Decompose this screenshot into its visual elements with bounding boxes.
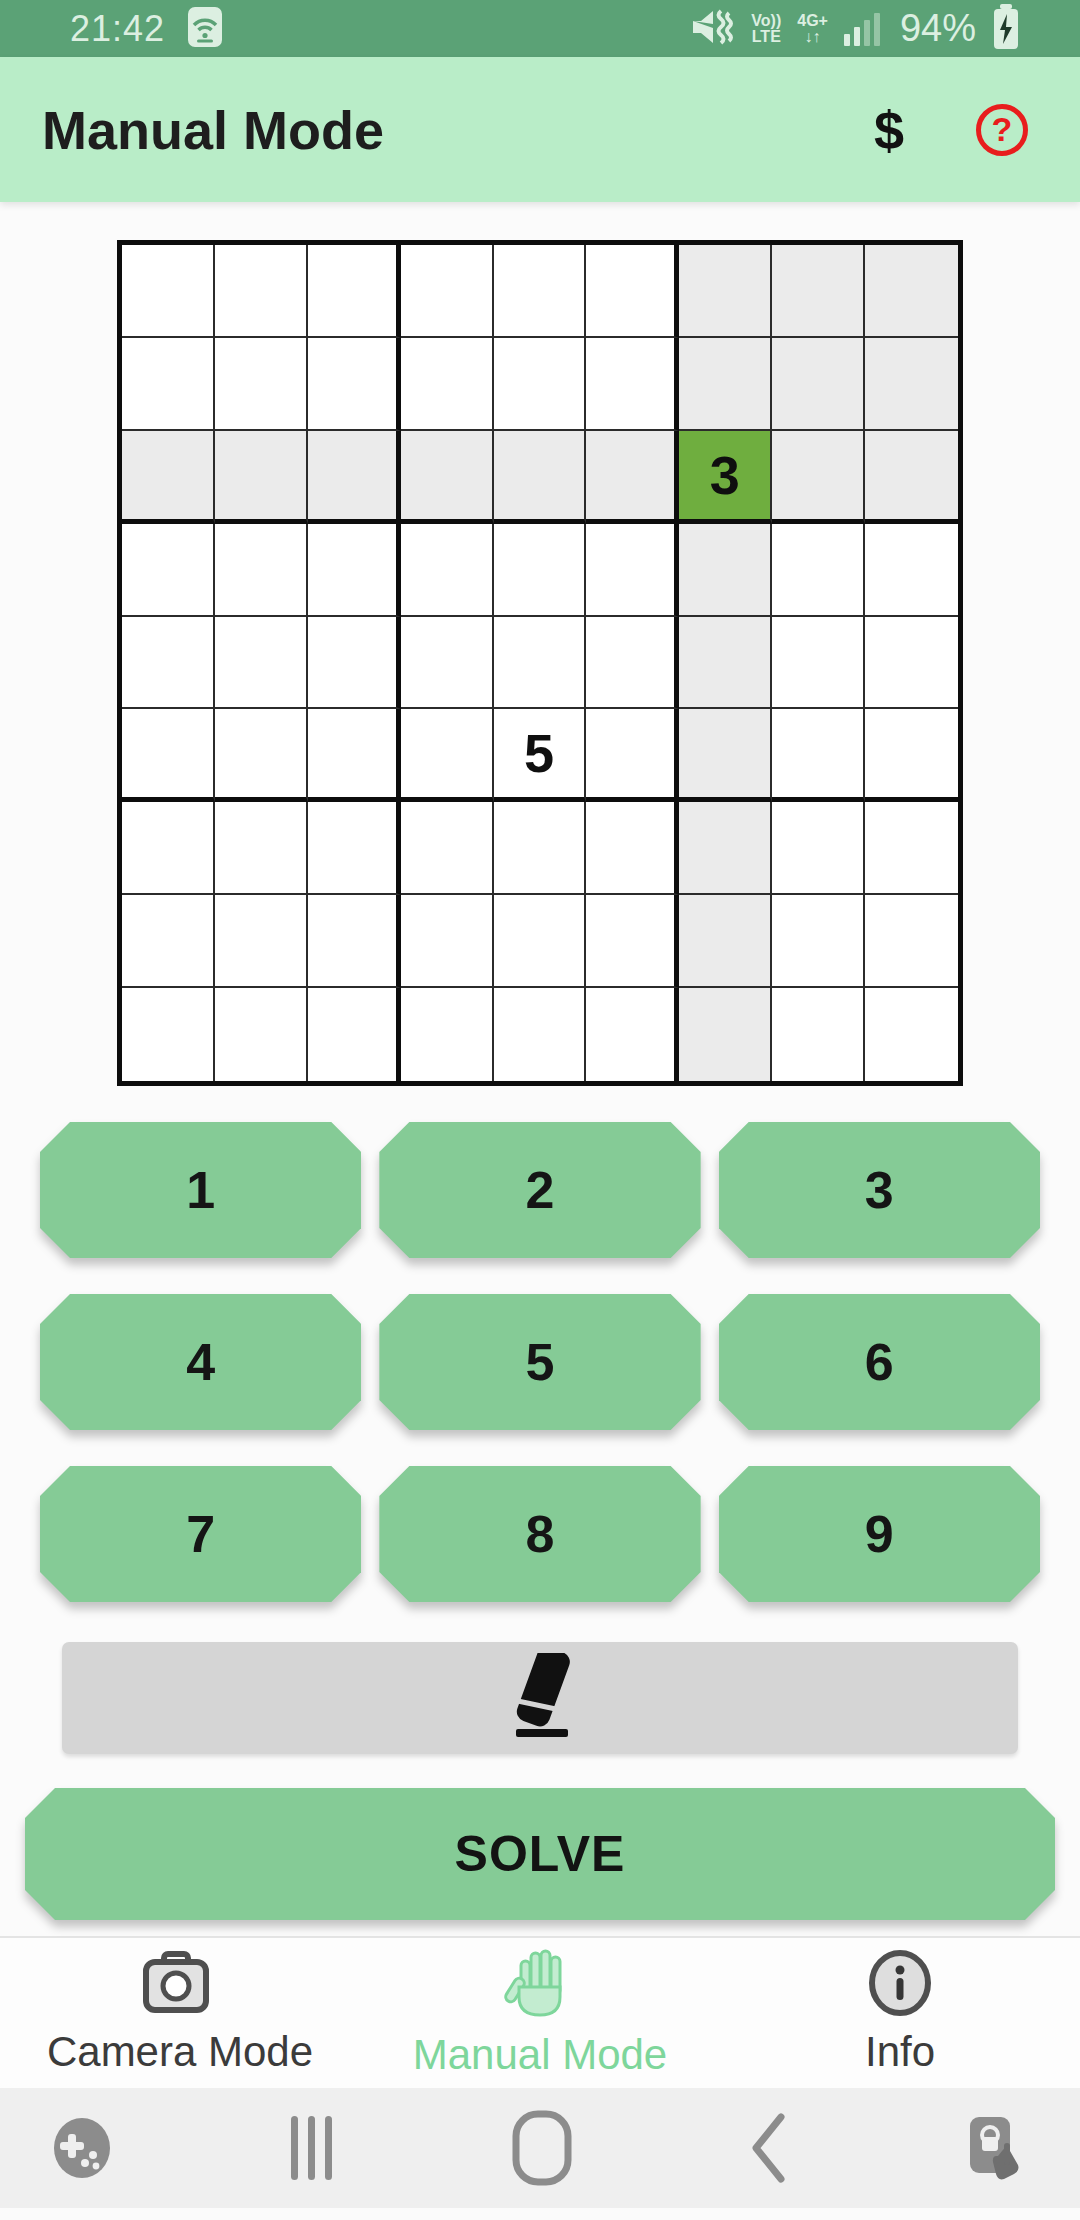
- android-navigation-bar: [0, 2088, 1080, 2208]
- cell-r8c4[interactable]: [494, 988, 587, 1081]
- cell-r3c0[interactable]: [122, 524, 215, 617]
- cell-r4c2[interactable]: [308, 617, 401, 710]
- cell-r6c6[interactable]: [679, 802, 772, 895]
- cell-r5c0[interactable]: [122, 709, 215, 802]
- numpad-button-9[interactable]: 9: [719, 1466, 1040, 1602]
- cell-r3c6[interactable]: [679, 524, 772, 617]
- cell-r8c8[interactable]: [865, 988, 958, 1081]
- cell-r1c4[interactable]: [494, 338, 587, 431]
- cell-r3c8[interactable]: [865, 524, 958, 617]
- bottom-navigation: Camera Mode Manual Mode: [0, 1936, 1080, 2088]
- cell-r2c0[interactable]: [122, 431, 215, 524]
- cell-r7c7[interactable]: [772, 895, 865, 988]
- cell-r0c2[interactable]: [308, 245, 401, 338]
- numpad-button-6[interactable]: 6: [719, 1294, 1040, 1430]
- cell-r6c8[interactable]: [865, 802, 958, 895]
- tab-camera-mode[interactable]: Camera Mode: [0, 1938, 360, 2088]
- tab-label: Camera Mode: [47, 2028, 313, 2076]
- numpad-button-4[interactable]: 4: [40, 1294, 361, 1430]
- numpad-button-1[interactable]: 1: [40, 1122, 361, 1258]
- hand-icon: [504, 1947, 576, 2023]
- cell-r6c5[interactable]: [586, 802, 679, 895]
- number-pad: 1 2 3 4 5 6 7 8 9: [40, 1122, 1040, 1602]
- cell-r2c3[interactable]: [401, 431, 494, 524]
- cell-r5c4[interactable]: 5: [494, 709, 587, 802]
- cell-r8c2[interactable]: [308, 988, 401, 1081]
- cell-r0c4[interactable]: [494, 245, 587, 338]
- cell-r7c0[interactable]: [122, 895, 215, 988]
- cell-r4c1[interactable]: [215, 617, 308, 710]
- mute-vibrate-icon: [691, 8, 735, 50]
- cell-r4c4[interactable]: [494, 617, 587, 710]
- volte-icon: Vo)) LTE: [751, 13, 781, 45]
- app-header: Manual Mode $ ?: [0, 57, 1080, 202]
- cell-r4c6[interactable]: [679, 617, 772, 710]
- cell-r5c3[interactable]: [401, 709, 494, 802]
- numpad-button-3[interactable]: 3: [719, 1122, 1040, 1258]
- help-button[interactable]: ?: [976, 104, 1028, 156]
- tab-info[interactable]: Info: [720, 1938, 1080, 2088]
- cell-r3c4[interactable]: [494, 524, 587, 617]
- cell-r0c6[interactable]: [679, 245, 772, 338]
- cell-r1c3[interactable]: [401, 338, 494, 431]
- cell-r0c3[interactable]: [401, 245, 494, 338]
- cell-r4c5[interactable]: [586, 617, 679, 710]
- cell-r7c2[interactable]: [308, 895, 401, 988]
- cell-r3c1[interactable]: [215, 524, 308, 617]
- numpad-button-8[interactable]: 8: [379, 1466, 700, 1602]
- cell-r7c8[interactable]: [865, 895, 958, 988]
- cell-r8c1[interactable]: [215, 988, 308, 1081]
- cell-r2c1[interactable]: [215, 431, 308, 524]
- cell-r5c5[interactable]: [586, 709, 679, 802]
- eraser-icon: [480, 1653, 600, 1743]
- game-launcher-icon[interactable]: [52, 2117, 112, 2179]
- cell-r8c6[interactable]: [679, 988, 772, 1081]
- cell-r3c2[interactable]: [308, 524, 401, 617]
- cell-r0c8[interactable]: [865, 245, 958, 338]
- cell-r1c5[interactable]: [586, 338, 679, 431]
- question-mark-icon: ?: [992, 110, 1013, 149]
- back-icon[interactable]: [748, 2111, 788, 2185]
- cell-r0c0[interactable]: [122, 245, 215, 338]
- cell-r6c0[interactable]: [122, 802, 215, 895]
- cell-r8c3[interactable]: [401, 988, 494, 1081]
- recents-icon[interactable]: [287, 2112, 337, 2184]
- info-icon: [867, 1950, 933, 2020]
- cell-r8c5[interactable]: [586, 988, 679, 1081]
- cell-r6c1[interactable]: [215, 802, 308, 895]
- tab-label: Info: [865, 2028, 935, 2076]
- wifi-calling-icon: [187, 6, 223, 52]
- cell-r3c3[interactable]: [401, 524, 494, 617]
- cell-r8c7[interactable]: [772, 988, 865, 1081]
- status-bar: 21:42 Vo)) LTE 4G+ ↓↑: [0, 0, 1080, 57]
- cell-r7c1[interactable]: [215, 895, 308, 988]
- numpad-button-5[interactable]: 5: [379, 1294, 700, 1430]
- cell-r5c2[interactable]: [308, 709, 401, 802]
- donate-button[interactable]: $: [874, 103, 904, 157]
- cell-r3c5[interactable]: [586, 524, 679, 617]
- cell-r6c4[interactable]: [494, 802, 587, 895]
- eraser-button[interactable]: [62, 1642, 1018, 1754]
- cell-r4c3[interactable]: [401, 617, 494, 710]
- cell-r0c1[interactable]: [215, 245, 308, 338]
- cell-r4c7[interactable]: [772, 617, 865, 710]
- cell-r5c8[interactable]: [865, 709, 958, 802]
- cell-r6c2[interactable]: [308, 802, 401, 895]
- cell-r2c7[interactable]: [772, 431, 865, 524]
- numpad-button-7[interactable]: 7: [40, 1466, 361, 1602]
- battery-charging-icon: [992, 3, 1020, 55]
- cell-r0c7[interactable]: [772, 245, 865, 338]
- tab-manual-mode[interactable]: Manual Mode: [360, 1938, 720, 2088]
- cell-r1c7[interactable]: [772, 338, 865, 431]
- cell-r1c6[interactable]: [679, 338, 772, 431]
- battery-percent: 94%: [900, 7, 976, 50]
- cell-r7c5[interactable]: [586, 895, 679, 988]
- clock: 21:42: [70, 8, 165, 50]
- touch-lock-icon[interactable]: [962, 2113, 1028, 2183]
- cell-r5c7[interactable]: [772, 709, 865, 802]
- cell-r7c4[interactable]: [494, 895, 587, 988]
- cell-r1c0[interactable]: [122, 338, 215, 431]
- 4g-plus-icon: 4G+ ↓↑: [797, 13, 828, 45]
- cell-r6c3[interactable]: [401, 802, 494, 895]
- cell-r0c5[interactable]: [586, 245, 679, 338]
- cell-r4c8[interactable]: [865, 617, 958, 710]
- cell-r1c2[interactable]: [308, 338, 401, 431]
- camera-icon: [142, 1950, 218, 2020]
- cell-r2c5[interactable]: [586, 431, 679, 524]
- cell-r7c3[interactable]: [401, 895, 494, 988]
- page-title: Manual Mode: [42, 99, 384, 161]
- signal-bars-icon: [844, 12, 880, 46]
- cell-r5c1[interactable]: [215, 709, 308, 802]
- solve-button[interactable]: SOLVE: [25, 1788, 1055, 1920]
- cell-r7c6[interactable]: [679, 895, 772, 988]
- cell-r4c0[interactable]: [122, 617, 215, 710]
- cell-r1c1[interactable]: [215, 338, 308, 431]
- cell-r2c2[interactable]: [308, 431, 401, 524]
- numpad-button-2[interactable]: 2: [379, 1122, 700, 1258]
- sudoku-grid: 35: [117, 240, 963, 1086]
- cell-r2c6[interactable]: 3: [679, 431, 772, 524]
- cell-r3c7[interactable]: [772, 524, 865, 617]
- cell-r8c0[interactable]: [122, 988, 215, 1081]
- home-icon[interactable]: [511, 2109, 573, 2187]
- cell-r5c6[interactable]: [679, 709, 772, 802]
- cell-r2c4[interactable]: [494, 431, 587, 524]
- cell-r1c8[interactable]: [865, 338, 958, 431]
- cell-r2c8[interactable]: [865, 431, 958, 524]
- cell-r6c7[interactable]: [772, 802, 865, 895]
- tab-label: Manual Mode: [413, 2031, 667, 2079]
